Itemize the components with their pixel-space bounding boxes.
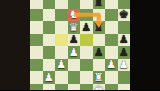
white-pawn-h3[interactable]: ♟ bbox=[118, 59, 131, 72]
square-d2[interactable] bbox=[68, 71, 81, 84]
square-h4[interactable]: ♟ bbox=[118, 46, 131, 59]
square-e2[interactable] bbox=[80, 71, 93, 84]
square-a5[interactable] bbox=[30, 34, 43, 47]
square-c3[interactable]: ♟ bbox=[55, 59, 68, 72]
square-e6[interactable]: ♟ bbox=[80, 21, 93, 34]
square-c8[interactable] bbox=[55, 0, 68, 9]
black-rook-f8[interactable]: ♜ bbox=[93, 0, 106, 9]
square-g7[interactable] bbox=[105, 9, 118, 22]
black-king-h7[interactable]: ♚ bbox=[118, 9, 131, 22]
square-g1[interactable] bbox=[105, 84, 118, 91]
square-b4[interactable] bbox=[43, 46, 56, 59]
square-b1[interactable] bbox=[43, 84, 56, 91]
square-e8[interactable] bbox=[80, 0, 93, 9]
square-e4[interactable] bbox=[80, 46, 93, 59]
square-a4[interactable] bbox=[30, 46, 43, 59]
square-h5[interactable]: ♟ bbox=[118, 34, 131, 47]
square-e7[interactable] bbox=[80, 9, 93, 22]
square-h1[interactable] bbox=[118, 84, 131, 91]
square-d3[interactable] bbox=[68, 59, 81, 72]
square-h7[interactable]: ♚ bbox=[118, 9, 131, 22]
square-f2[interactable]: ♜ bbox=[93, 71, 106, 84]
square-f6[interactable]: ♜ bbox=[93, 21, 106, 34]
square-e5[interactable] bbox=[80, 34, 93, 47]
square-c1[interactable] bbox=[55, 84, 68, 91]
square-c6[interactable] bbox=[55, 21, 68, 34]
video-frame: ♜♞♚♛♟♜♟♟♟♟♟♟♟♟♟♜♚ bbox=[0, 0, 160, 90]
square-g8[interactable] bbox=[105, 0, 118, 9]
square-f8[interactable]: ♜ bbox=[93, 0, 106, 9]
white-queen-d6[interactable]: ♛ bbox=[68, 21, 81, 34]
white-knight-d7[interactable]: ♞ bbox=[68, 9, 81, 22]
white-pawn-g3[interactable]: ♟ bbox=[105, 59, 118, 72]
square-a3[interactable] bbox=[30, 59, 43, 72]
square-b5[interactable] bbox=[43, 34, 56, 47]
letterbox-left bbox=[0, 0, 30, 90]
square-d1[interactable] bbox=[68, 84, 81, 91]
square-f1[interactable]: ♚ bbox=[93, 84, 106, 91]
chess-board[interactable]: ♜♞♚♛♟♜♟♟♟♟♟♟♟♟♟♜♚ bbox=[30, 0, 130, 90]
square-b7[interactable] bbox=[43, 9, 56, 22]
square-d7[interactable]: ♞ bbox=[68, 9, 81, 22]
square-h3[interactable]: ♟ bbox=[118, 59, 131, 72]
black-pawn-h5[interactable]: ♟ bbox=[118, 34, 131, 47]
square-f7[interactable] bbox=[93, 9, 106, 22]
square-g4[interactable] bbox=[105, 46, 118, 59]
square-d4[interactable]: ♟ bbox=[68, 46, 81, 59]
black-rook-f6[interactable]: ♜ bbox=[93, 21, 106, 34]
square-a2[interactable] bbox=[30, 71, 43, 84]
square-d6[interactable]: ♛ bbox=[68, 21, 81, 34]
square-b3[interactable] bbox=[43, 59, 56, 72]
square-g5[interactable] bbox=[105, 34, 118, 47]
square-a7[interactable] bbox=[30, 9, 43, 22]
white-pawn-b2[interactable]: ♟ bbox=[43, 71, 56, 84]
square-a6[interactable] bbox=[30, 21, 43, 34]
square-b8[interactable] bbox=[43, 0, 56, 9]
square-g2[interactable] bbox=[105, 71, 118, 84]
square-e3[interactable] bbox=[80, 59, 93, 72]
square-f3[interactable] bbox=[93, 59, 106, 72]
white-king-f1[interactable]: ♚ bbox=[93, 84, 106, 91]
white-rook-f2[interactable]: ♜ bbox=[93, 71, 106, 84]
square-c5[interactable] bbox=[55, 34, 68, 47]
square-f5[interactable] bbox=[93, 34, 106, 47]
black-pawn-h4[interactable]: ♟ bbox=[118, 46, 131, 59]
black-pawn-e6[interactable]: ♟ bbox=[80, 21, 93, 34]
black-pawn-d5[interactable]: ♟ bbox=[68, 34, 81, 47]
letterbox-right bbox=[130, 0, 160, 90]
square-e1[interactable] bbox=[80, 84, 93, 91]
square-g3[interactable]: ♟ bbox=[105, 59, 118, 72]
square-b2[interactable]: ♟ bbox=[43, 71, 56, 84]
square-c4[interactable] bbox=[55, 46, 68, 59]
square-c2[interactable] bbox=[55, 71, 68, 84]
square-h2[interactable] bbox=[118, 71, 131, 84]
square-h6[interactable] bbox=[118, 21, 131, 34]
white-pawn-c3[interactable]: ♟ bbox=[55, 59, 68, 72]
square-d5[interactable]: ♟ bbox=[68, 34, 81, 47]
square-a8[interactable] bbox=[30, 0, 43, 9]
square-b6[interactable] bbox=[43, 21, 56, 34]
square-f4[interactable]: ♟ bbox=[93, 46, 106, 59]
white-pawn-d4[interactable]: ♟ bbox=[68, 46, 81, 59]
square-g6[interactable] bbox=[105, 21, 118, 34]
square-a1[interactable] bbox=[30, 84, 43, 91]
black-pawn-f4[interactable]: ♟ bbox=[93, 46, 106, 59]
square-c7[interactable] bbox=[55, 9, 68, 22]
